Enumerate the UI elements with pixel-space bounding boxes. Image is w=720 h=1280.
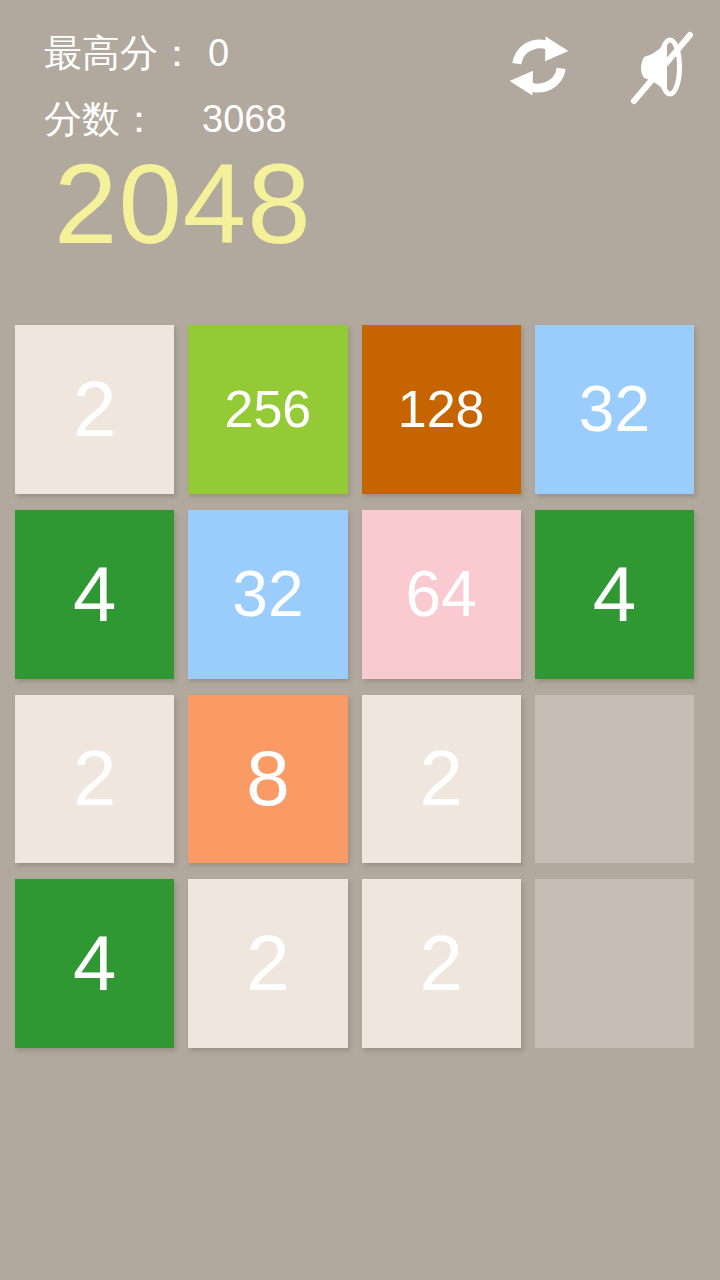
empty-cell bbox=[535, 695, 694, 864]
refresh-icon bbox=[503, 24, 575, 108]
current-score-value: 3068 bbox=[202, 98, 287, 140]
tile-32: 32 bbox=[535, 325, 694, 494]
current-score-label: 分数： bbox=[44, 98, 158, 140]
tile-8: 8 bbox=[188, 695, 347, 864]
tile-256: 256 bbox=[188, 325, 347, 494]
tile-2: 2 bbox=[362, 695, 521, 864]
tile-32: 32 bbox=[188, 510, 347, 679]
best-score-label: 最高分： bbox=[44, 32, 196, 74]
tile-2: 2 bbox=[15, 695, 174, 864]
score-panel: 最高分：0 分数：3068 bbox=[44, 20, 287, 152]
tile-4: 4 bbox=[15, 510, 174, 679]
board[interactable]: 225612832432644282422 bbox=[15, 325, 694, 1048]
mute-button[interactable] bbox=[626, 28, 698, 106]
tile-128: 128 bbox=[362, 325, 521, 494]
tile-2: 2 bbox=[15, 325, 174, 494]
game-title: 2048 bbox=[54, 144, 312, 264]
best-score-value: 0 bbox=[208, 32, 229, 74]
tile-2: 2 bbox=[188, 879, 347, 1048]
tile-4: 4 bbox=[535, 510, 694, 679]
best-score-line: 最高分：0 bbox=[44, 20, 287, 86]
empty-cell bbox=[535, 879, 694, 1048]
tile-2: 2 bbox=[362, 879, 521, 1048]
muted-speaker-icon bbox=[626, 28, 698, 106]
tile-64: 64 bbox=[362, 510, 521, 679]
restart-button[interactable] bbox=[503, 24, 575, 108]
tile-4: 4 bbox=[15, 879, 174, 1048]
